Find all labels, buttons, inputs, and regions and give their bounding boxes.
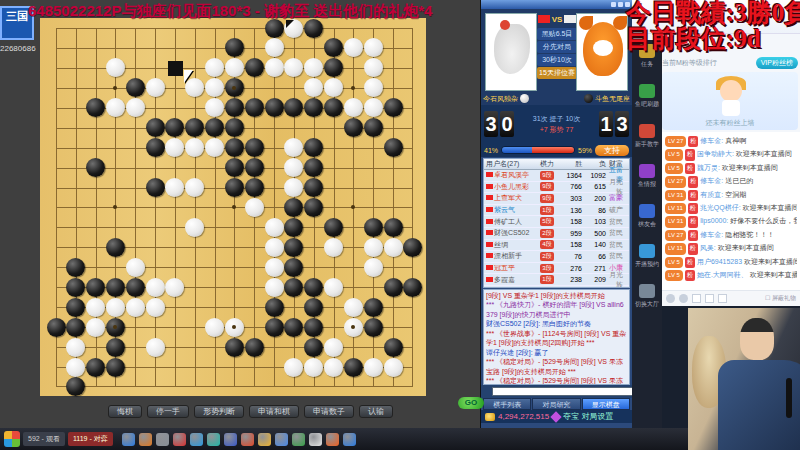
fan-badge: 粉 — [685, 270, 695, 281]
black-stone — [245, 58, 264, 77]
table-row[interactable]: 傅矿工人5段158103贫民 — [484, 216, 629, 228]
mouse-cursor-icon — [184, 70, 193, 83]
rail-label: 任务 — [632, 60, 662, 69]
white-stone — [86, 318, 105, 337]
room-number: 22680686 — [0, 44, 36, 53]
user-table-body: 卓君风溪亭9段13641092五富豪小鱼儿黑彩9段766615月光族上查军犬9段… — [484, 170, 629, 286]
support-bar: 41% 59% 支持 — [481, 143, 632, 157]
match-info: VS 黑贴6.5目分先对局30秒10次15天排位赛 — [537, 11, 577, 103]
black-stone — [245, 158, 264, 177]
gem-icon — [551, 411, 562, 422]
white-stone — [344, 298, 363, 317]
white-stone — [205, 98, 224, 117]
white-stone — [324, 78, 343, 97]
white-stone — [304, 58, 323, 77]
black-stone — [146, 178, 165, 197]
rail-label: 开播预约 — [632, 260, 662, 269]
white-stone — [344, 98, 363, 117]
black-stone — [304, 178, 323, 197]
taskbar-app-icon-3[interactable] — [173, 433, 186, 446]
rail-item-鱼情报[interactable]: 鱼情报 — [632, 160, 662, 200]
board-panel: 三国 22680686 GO 悔棋停一手形势判断申请和棋申请数子认输 — [0, 0, 480, 428]
mascot-body — [722, 100, 740, 116]
flag-icon — [486, 230, 493, 235]
star-point — [113, 86, 117, 90]
white-stone — [364, 58, 383, 77]
white-stone — [265, 58, 284, 77]
white-stone — [364, 238, 383, 257]
black-stone — [185, 118, 204, 137]
fan-badge: 粉 — [688, 230, 698, 241]
white-stone — [324, 278, 343, 297]
taskbar-tab[interactable]: 592 - 观看 — [23, 432, 65, 446]
table-header-1[interactable]: 棋力 — [536, 159, 558, 169]
chat-message: LV 27粉修车金: 隐相骆驼！！！ — [665, 228, 797, 241]
white-stone — [265, 218, 284, 237]
chat-message: LV 5粉国争动静大: 欢迎来到本直播间 — [665, 147, 797, 160]
black-stone — [265, 318, 284, 337]
mascot-head — [720, 80, 742, 102]
live-chat-list[interactable]: LV 27粉修车金: 真神啊LV 5粉国争动静大: 欢迎来到本直播间LV 5粉魏… — [662, 132, 800, 290]
star-point — [113, 205, 117, 209]
gift-toolbar: ☐ 屏蔽礼物 — [662, 290, 800, 306]
white-stone — [364, 98, 383, 117]
placement-cursor[interactable] — [168, 61, 183, 76]
support-button[interactable]: 支持 — [595, 145, 629, 156]
flag-icon — [486, 277, 493, 282]
white-stone — [265, 258, 284, 277]
white-stone — [146, 298, 165, 317]
level-badge: LV 27 — [665, 176, 686, 187]
black-stone — [245, 98, 264, 117]
table-row[interactable]: 小鱼儿黑彩9段766615月光族 — [484, 182, 629, 194]
black-stone — [284, 218, 303, 237]
black-stone — [284, 258, 303, 277]
tool-icon-1[interactable] — [692, 294, 701, 303]
flag-icon — [486, 184, 493, 189]
black-stone — [304, 298, 323, 317]
white-stone — [126, 258, 145, 277]
board-button-悔棋[interactable]: 悔棋 — [108, 405, 142, 418]
white-stone — [86, 298, 105, 317]
table-header-3[interactable]: 负 — [582, 159, 606, 169]
black-stone — [304, 198, 323, 217]
emoji-icon[interactable] — [666, 294, 675, 303]
right-percent: 59% — [578, 147, 592, 154]
black-stone — [86, 358, 105, 377]
level-badge: LV 27 — [665, 136, 686, 147]
flag-icon — [486, 172, 493, 177]
black-stone-icon — [584, 94, 593, 103]
board-button-申请数子[interactable]: 申请数子 — [304, 405, 354, 418]
black-stone — [265, 98, 284, 117]
client-chat-log[interactable]: [9段] VS 重杂学1 [9段]的支持棋局开始*** 《九路快刀》- 棋好的擂… — [483, 289, 630, 385]
white-stone — [165, 278, 184, 297]
black-stone — [384, 338, 403, 357]
level-badge: LV 31 — [665, 190, 686, 201]
black-stone — [324, 98, 343, 117]
fox-avatar-image — [583, 22, 623, 76]
black-stone — [66, 278, 85, 297]
white-stone — [344, 38, 363, 57]
board-button-认输[interactable]: 认输 — [359, 405, 393, 418]
client-chat-line: 财强CS502 [2段]: 黑白图好的节奏 — [486, 319, 627, 328]
white-stone — [384, 238, 403, 257]
flag-icon — [486, 242, 493, 247]
board-button-申请和棋[interactable]: 申请和棋 — [249, 405, 299, 418]
players-area: VS 黑贴6.5目分先对局30秒10次15天排位赛 今石风独杂 斗鱼无尾座 — [481, 9, 632, 105]
black-stone — [384, 138, 403, 157]
fan-badge: 粉 — [688, 243, 698, 254]
white-stone — [106, 98, 125, 117]
rail-icon — [639, 204, 655, 218]
taskbar-app-icon-12[interactable] — [326, 433, 339, 446]
black-stone — [284, 318, 303, 337]
chat-message: LV 11粉风吴: 欢迎来到本直播间 — [665, 241, 797, 254]
chat-message: LV 27粉修车金: 送已已的 — [665, 174, 797, 187]
black-stone — [364, 218, 383, 237]
taskbar-app-icon-4[interactable] — [190, 433, 203, 446]
level-badge: LV 5 — [665, 149, 683, 160]
black-stone — [205, 118, 224, 137]
taskbar-app-icon-0[interactable] — [122, 433, 135, 446]
client-chat-line: *** 《九路快刀》- 棋好的擂年 [9段] VS allin6379 [9段]… — [486, 300, 627, 319]
black-stone — [146, 118, 165, 137]
match-info-line: 分先对局 — [537, 41, 577, 53]
support-track — [501, 146, 575, 154]
black-stone — [364, 318, 383, 337]
table-row[interactable]: 漂相新手2段7666贫民 — [484, 251, 629, 263]
fan-panel: 还未有粉丝上墙 — [662, 72, 798, 130]
webcam-view — [688, 308, 800, 450]
white-stone — [205, 318, 224, 337]
black-player-avatar[interactable] — [576, 13, 628, 91]
fan-badge: 粉 — [688, 203, 698, 214]
black-stone — [225, 138, 244, 157]
client-chat-line: *** 《稳定对局》- [529号房间] [9段] VS 果冻宝路 [9段]的支… — [486, 357, 627, 376]
flag-icon — [486, 219, 493, 224]
match-info-lines: 黑贴6.5目分先对局30秒10次15天排位赛 — [537, 28, 577, 79]
game-client-window: VS 黑贴6.5目分先对局30秒10次15天排位赛 今石风独杂 斗鱼无尾座 30… — [480, 0, 632, 428]
taskbar-app-icon-13[interactable] — [343, 433, 356, 446]
black-stone — [344, 118, 363, 137]
black-stone — [384, 278, 403, 297]
screen: 三国 22680686 GO 悔棋停一手形势判断申请和棋申请数子认输 64850… — [0, 0, 800, 450]
block-gift-checkbox[interactable]: ☐ 屏蔽礼物 — [765, 294, 796, 303]
black-player-name: 斗鱼无尾座 — [584, 94, 630, 104]
white-stone — [284, 58, 303, 77]
rooster-avatar-image — [494, 24, 530, 74]
board-button-形势判断[interactable]: 形势判断 — [194, 405, 244, 418]
score-area: 30 31次 提子 10次 +7 形势 77 13 — [481, 105, 632, 143]
rail-item-新手教学[interactable]: 新手教学 — [632, 120, 662, 160]
rail-icon — [639, 244, 655, 258]
rail-label: 棋友会 — [632, 220, 662, 229]
black-stone — [225, 158, 244, 177]
board-button-row: 悔棋停一手形势判断申请和棋申请数子认输 — [108, 405, 393, 418]
star-point — [351, 86, 355, 90]
flag-icon — [486, 265, 493, 270]
star-point — [232, 205, 236, 209]
white-stone — [284, 138, 303, 157]
white-stone — [324, 338, 343, 357]
table-header-0[interactable]: 用户名(27) — [484, 159, 536, 169]
black-stone — [86, 98, 105, 117]
rail-item-鱼吧刷题[interactable]: 鱼吧刷题 — [632, 80, 662, 120]
table-header-2[interactable]: 胜 — [558, 159, 582, 169]
start-button[interactable] — [4, 431, 20, 447]
black-stone — [344, 358, 363, 377]
white-stone — [364, 358, 383, 377]
taskbar-tab[interactable]: 1119 - 对弈 — [68, 432, 113, 446]
black-stone — [265, 19, 284, 38]
white-player-avatar[interactable] — [485, 13, 537, 91]
rail-item-棋友会[interactable]: 棋友会 — [632, 200, 662, 240]
white-stone — [304, 358, 323, 377]
black-stone — [225, 338, 244, 357]
black-stone — [245, 178, 264, 197]
match-info-line: 30秒10次 — [537, 54, 577, 66]
white-stone — [146, 278, 165, 297]
count-button[interactable]: GO — [458, 397, 484, 409]
white-stone — [205, 58, 224, 77]
level-badge: LV 5 — [665, 163, 683, 174]
table-row[interactable]: 财强CS5022段959500贫民 — [484, 228, 629, 240]
white-stone — [185, 138, 204, 157]
support-right-fill — [532, 147, 574, 153]
fan-empty-text: 还未有粉丝上墙 — [662, 118, 798, 128]
chat-message: LV 11粉兆光QQ棋仔: 欢迎来到本直播间 — [665, 201, 797, 214]
fan-badge: 粉 — [685, 149, 695, 160]
black-stone — [126, 278, 145, 297]
score-mid-text: 31次 提子 10次 +7 形势 77 — [533, 113, 580, 135]
table-row[interactable]: 丝绸4段158140贫民 — [484, 240, 629, 252]
chat-message: LV 5粉魏万灵: 欢迎来到本直播间 — [665, 161, 797, 174]
level-badge: LV 5 — [665, 270, 683, 281]
client-tab-对局研究[interactable]: 对局研究 — [532, 398, 580, 410]
client-tab-显示棋盘[interactable]: 显示棋盘 — [582, 398, 630, 410]
tool-icon-2[interactable] — [705, 294, 714, 303]
taskbar-app-icon-7[interactable] — [241, 433, 254, 446]
black-stone — [304, 318, 323, 337]
white-stone — [245, 198, 264, 217]
black-stone — [245, 138, 264, 157]
client-tab-棋手列表[interactable]: 棋手列表 — [483, 398, 531, 410]
coins-value: 4,294,272,515 — [498, 412, 549, 421]
black-stone — [284, 238, 303, 257]
white-player-name: 今石风独杂 — [483, 94, 529, 104]
chat-input-row: 发送 — [481, 385, 632, 398]
black-stone — [66, 298, 85, 317]
client-chat-line: *** 《世界战事》- [1124号房间] [9段] VS 重杂学1 [9段]的… — [486, 329, 627, 348]
taskbar-app-icon-10[interactable] — [292, 433, 305, 446]
black-stone — [165, 118, 184, 137]
rail-label: 新手教学 — [632, 140, 662, 149]
flag-icon — [486, 207, 493, 212]
white-stone — [205, 78, 224, 97]
black-stone — [225, 178, 244, 197]
white-stone — [364, 258, 383, 277]
chat-message: LV 5粉用户69415283 欢迎来到本直播间 — [665, 255, 797, 268]
fan-badge: 粉 — [688, 190, 698, 201]
score-digit: 3 — [615, 111, 629, 137]
white-stone — [265, 238, 284, 257]
white-stone — [384, 358, 403, 377]
white-stone — [284, 358, 303, 377]
white-stone — [364, 38, 383, 57]
side-rail: 任务鱼吧刷题新手教学鱼情报棋友会开播预约切换大厅 — [632, 40, 662, 428]
rail-icon — [639, 164, 655, 178]
white-stone — [284, 178, 303, 197]
star-point — [351, 205, 355, 209]
table-row[interactable]: 多霞嘉1段238209月光族 — [484, 274, 629, 286]
taskbar: 592 - 观看1119 - 对弈 — [0, 428, 800, 450]
black-stone — [304, 19, 323, 38]
rail-item-开播预约[interactable]: 开播预约 — [632, 240, 662, 280]
white-score-digits: 30 — [484, 111, 514, 137]
black-stone — [265, 298, 284, 317]
taskbar-app-icon-11[interactable] — [309, 433, 322, 446]
white-stone — [284, 158, 303, 177]
rail-icon — [639, 284, 655, 298]
fan-badge: 粉 — [688, 176, 698, 187]
black-stone — [304, 98, 323, 117]
black-stone — [304, 278, 323, 297]
score-digit: 3 — [484, 111, 498, 137]
taskbar-app-icon-1[interactable] — [139, 433, 152, 446]
black-stone — [66, 258, 85, 277]
chat-message: LV 31粉lips0000: 好像不要什么反击，我原谅了一次 — [665, 214, 797, 227]
white-stone — [106, 298, 125, 317]
chat-message: LV 27粉修车金: 真神啊 — [665, 134, 797, 147]
black-stone — [324, 38, 343, 57]
black-stone — [47, 318, 66, 337]
rail-icon — [639, 84, 655, 98]
black-stone — [146, 138, 165, 157]
client-chat-line: *** 《稳定对局》- [529号房间] [9段] VS 果冻宝路 [9段]的支… — [486, 376, 627, 385]
go-board[interactable] — [40, 18, 426, 396]
taskbar-app-icon-5[interactable] — [207, 433, 220, 446]
black-stone — [106, 278, 125, 297]
fan-badge: 粉 — [685, 163, 695, 174]
black-stone — [66, 377, 85, 396]
table-row[interactable]: 上查军犬9段303200富豪 — [484, 193, 629, 205]
white-stone — [265, 38, 284, 57]
taskbar-app-icon-2[interactable] — [156, 433, 169, 446]
black-score-digits: 13 — [599, 111, 629, 137]
black-stone — [86, 278, 105, 297]
vip-fans-button[interactable]: VIP粉丝榜 — [756, 57, 798, 69]
score-overlay-text: 今日戰績:3勝0負 目前段位:9d — [626, 0, 800, 53]
flag-icon — [486, 253, 493, 258]
rail-icon — [639, 124, 655, 138]
white-stone — [205, 138, 224, 157]
white-stone — [265, 278, 284, 297]
coins-icon — [485, 413, 495, 421]
white-stone — [304, 78, 323, 97]
white-stone — [146, 338, 165, 357]
white-stone — [106, 58, 125, 77]
board-grid — [56, 28, 413, 387]
rail-label: 鱼吧刷题 — [632, 100, 662, 109]
user-table[interactable]: 用户名(27)棋力胜负财富 卓君风溪亭9段13641092五富豪小鱼儿黑彩9段7… — [483, 158, 630, 288]
client-chat-line: 谭仔兴途 [2段]: 赢了 — [486, 348, 627, 357]
gift-icon[interactable] — [679, 294, 688, 303]
white-stone — [225, 58, 244, 77]
rail-item-切换大厅[interactable]: 切换大厅 — [632, 280, 662, 320]
black-stone — [86, 158, 105, 177]
fan-badge: 粉 — [685, 257, 695, 268]
streamer-head — [740, 318, 774, 360]
white-stone — [66, 338, 85, 357]
black-stone — [384, 98, 403, 117]
match-info-highlight: 15天排位赛 — [537, 67, 577, 79]
board-button-停一手[interactable]: 停一手 — [147, 405, 189, 418]
fan-badge: 粉 — [688, 136, 698, 147]
black-stone — [106, 358, 125, 377]
taskbar-app-icon-8[interactable] — [258, 433, 271, 446]
white-stone — [146, 78, 165, 97]
white-stone — [165, 138, 184, 157]
flag-icon — [486, 195, 493, 200]
white-stone — [66, 358, 85, 377]
level-badge: LV 5 — [665, 257, 683, 268]
client-chat-line: [9段] VS 重杂学1 [9段]的支持棋局开始 — [486, 291, 627, 300]
player-names-row: 今石风独杂 斗鱼无尾座 — [481, 94, 632, 104]
score-digit: 0 — [500, 111, 514, 137]
score-digit: 1 — [599, 111, 613, 137]
table-row[interactable]: 紫云气1段13686破产 — [484, 205, 629, 217]
black-stone — [284, 198, 303, 217]
white-stone — [165, 178, 184, 197]
fan-badge: 粉 — [688, 216, 698, 227]
level-badge: LV 27 — [665, 230, 686, 241]
black-stone — [384, 218, 403, 237]
level-badge: LV 31 — [665, 216, 686, 227]
coins-row: 4,294,272,515 夺宝 对局设置 — [481, 410, 632, 423]
taskbar-app-icon-6[interactable] — [224, 433, 237, 446]
danmaku-banner: 6485022212P与独座们见面180*3 - 谢豹至 送出他们的礼炮*4 — [28, 2, 628, 21]
black-stone — [403, 278, 422, 297]
black-stone — [403, 238, 422, 257]
white-stone — [324, 238, 343, 257]
black-stone — [106, 238, 125, 257]
chat-message: LV 31粉有质直: 空洞期 — [665, 188, 797, 201]
tool-icon-3[interactable] — [718, 294, 727, 303]
white-stone — [324, 358, 343, 377]
black-stone — [225, 118, 244, 137]
taskbar-app-icon-9[interactable] — [275, 433, 288, 446]
rail-label: 切换大厅 — [632, 300, 662, 309]
left-percent: 41% — [484, 147, 498, 154]
coin-links[interactable]: 夺宝 对局设置 — [563, 411, 613, 422]
level-badge: LV 11 — [665, 203, 686, 214]
client-tabs: 棋手列表对局研究显示棋盘 — [481, 398, 632, 410]
black-stone — [225, 38, 244, 57]
black-stone — [106, 338, 125, 357]
black-stone — [284, 98, 303, 117]
black-stone — [66, 318, 85, 337]
black-stone — [364, 298, 383, 317]
black-stone — [126, 78, 145, 97]
black-stone — [304, 138, 323, 157]
level-badge: LV 11 — [665, 243, 686, 254]
fan-rank-header: 当前M粉等级排行 VIP粉丝榜 — [662, 56, 798, 70]
white-stone — [185, 178, 204, 197]
black-stone — [304, 158, 323, 177]
white-stone — [126, 298, 145, 317]
black-stone — [364, 118, 383, 137]
